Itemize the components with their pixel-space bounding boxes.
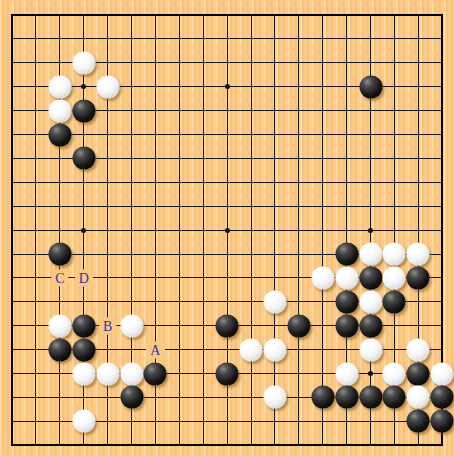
white-stone-S9	[407, 243, 430, 266]
black-stone-S2	[407, 410, 430, 433]
black-stone-N6	[287, 314, 310, 337]
grid-line-vertical-13	[298, 14, 299, 446]
white-stone-R9	[383, 243, 406, 266]
white-stone-P4	[335, 362, 358, 385]
white-stone-O8	[311, 266, 334, 289]
grid-line-vertical-12	[274, 14, 275, 446]
white-stone-D17	[72, 51, 95, 74]
black-stone-D6	[72, 314, 95, 337]
black-stone-K4	[216, 362, 239, 385]
black-stone-D5	[72, 338, 95, 361]
black-stone-K6	[216, 314, 239, 337]
white-stone-C16	[48, 75, 71, 98]
label-A: A	[146, 341, 164, 358]
black-stone-T2	[431, 410, 454, 433]
black-stone-S4	[407, 362, 430, 385]
black-stone-F3	[120, 386, 143, 409]
black-stone-R3	[383, 386, 406, 409]
star-point	[225, 84, 230, 89]
white-stone-L5	[240, 338, 263, 361]
black-stone-P3	[335, 386, 358, 409]
white-stone-Q5	[359, 338, 382, 361]
go-board[interactable]: ABCD	[0, 0, 454, 456]
black-stone-T3	[431, 386, 454, 409]
white-stone-F6	[120, 314, 143, 337]
label-B: B	[99, 317, 116, 334]
black-stone-Q16	[359, 75, 382, 98]
white-stone-M3	[263, 386, 286, 409]
white-stone-S3	[407, 386, 430, 409]
black-stone-P7	[335, 290, 358, 313]
white-stone-C15	[48, 99, 71, 122]
white-stone-E16	[96, 75, 119, 98]
white-stone-Q9	[359, 243, 382, 266]
white-stone-M5	[263, 338, 286, 361]
black-stone-S8	[407, 266, 430, 289]
star-point	[81, 84, 86, 89]
black-stone-D15	[72, 99, 95, 122]
white-stone-D4	[72, 362, 95, 385]
star-point	[225, 228, 230, 233]
star-point	[368, 228, 373, 233]
black-stone-Q8	[359, 266, 382, 289]
white-stone-D2	[72, 410, 95, 433]
black-stone-R7	[383, 290, 406, 313]
white-stone-P8	[335, 266, 358, 289]
white-stone-S5	[407, 338, 430, 361]
white-stone-R8	[383, 266, 406, 289]
white-stone-M7	[263, 290, 286, 313]
grid-line-vertical-14	[322, 14, 323, 446]
star-point	[81, 228, 86, 233]
white-stone-T4	[431, 362, 454, 385]
white-stone-F4	[120, 362, 143, 385]
white-stone-C6	[48, 314, 71, 337]
grid-line-vertical-11	[251, 14, 252, 446]
black-stone-D13	[72, 147, 95, 170]
star-point	[368, 371, 373, 376]
black-stone-C9	[48, 243, 71, 266]
black-stone-Q6	[359, 314, 382, 337]
label-D: D	[75, 269, 93, 286]
black-stone-O3	[311, 386, 334, 409]
black-stone-C14	[48, 123, 71, 146]
black-stone-P9	[335, 243, 358, 266]
label-C: C	[51, 269, 68, 286]
grid-line-horizontal-19	[11, 444, 443, 446]
white-stone-E4	[96, 362, 119, 385]
black-stone-G4	[144, 362, 167, 385]
white-stone-R4	[383, 362, 406, 385]
black-stone-C5	[48, 338, 71, 361]
white-stone-Q7	[359, 290, 382, 313]
black-stone-P6	[335, 314, 358, 337]
black-stone-Q3	[359, 386, 382, 409]
